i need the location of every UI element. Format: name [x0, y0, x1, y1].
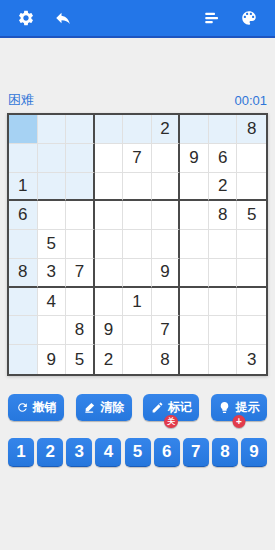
cell-r7c2[interactable]: 4	[38, 288, 67, 317]
cell-r1c6[interactable]: 2	[152, 115, 181, 144]
num-button-2[interactable]: 2	[37, 438, 63, 467]
cell-r2c2[interactable]	[38, 144, 67, 173]
num-button-4[interactable]: 4	[95, 438, 121, 467]
cell-r5c3[interactable]	[66, 230, 95, 259]
hint-plus-badge: +	[232, 415, 245, 428]
cell-r6c1[interactable]: 8	[9, 259, 38, 288]
cell-r5c9[interactable]	[237, 230, 266, 259]
cell-r6c8[interactable]	[209, 259, 238, 288]
cell-r1c5[interactable]	[123, 115, 152, 144]
cell-r2c9[interactable]	[237, 144, 266, 173]
difficulty-label: 困难	[8, 91, 34, 109]
num-button-7[interactable]: 7	[183, 438, 209, 467]
cell-r6c4[interactable]	[95, 259, 124, 288]
cell-r1c8[interactable]	[209, 115, 238, 144]
undo-label: 撤销	[33, 399, 57, 416]
cell-r3c7[interactable]	[180, 173, 209, 202]
cell-r4c7[interactable]	[180, 201, 209, 230]
cell-r4c8[interactable]: 8	[209, 201, 238, 230]
cell-r8c4[interactable]: 9	[95, 316, 124, 345]
cell-r8c9[interactable]	[237, 316, 266, 345]
cell-r3c4[interactable]	[95, 173, 124, 202]
cell-r3c8[interactable]: 2	[209, 173, 238, 202]
cell-r8c7[interactable]	[180, 316, 209, 345]
cell-r9c2[interactable]: 9	[38, 345, 67, 374]
cell-r7c7[interactable]	[180, 288, 209, 317]
cell-r1c3[interactable]	[66, 115, 95, 144]
cell-r7c8[interactable]	[209, 288, 238, 317]
settings-gear-icon[interactable]	[16, 8, 36, 28]
cell-r6c6[interactable]: 9	[152, 259, 181, 288]
palette-icon[interactable]	[239, 8, 259, 28]
notes-off-badge: 关	[164, 415, 178, 428]
cell-r6c9[interactable]	[237, 259, 266, 288]
cell-r9c1[interactable]	[9, 345, 38, 374]
undo-button[interactable]: 撤销	[8, 394, 64, 421]
cell-r3c6[interactable]	[152, 173, 181, 202]
cell-r5c6[interactable]	[152, 230, 181, 259]
cell-r7c1[interactable]	[9, 288, 38, 317]
cell-r3c1[interactable]: 1	[9, 173, 38, 202]
cell-r4c5[interactable]	[123, 201, 152, 230]
cell-r2c4[interactable]	[95, 144, 124, 173]
cell-r2c5[interactable]: 7	[123, 144, 152, 173]
toolbar: 撤销 清除 标记 关 提示 +	[0, 394, 275, 421]
cell-r8c3[interactable]: 8	[66, 316, 95, 345]
num-button-3[interactable]: 3	[66, 438, 92, 467]
numpad: 123456789	[0, 438, 275, 467]
cell-r1c9[interactable]: 8	[237, 115, 266, 144]
cell-r5c5[interactable]	[123, 230, 152, 259]
sudoku-board: 2879612685583794189795283	[7, 113, 268, 376]
cell-r5c8[interactable]	[209, 230, 238, 259]
cell-r5c4[interactable]	[95, 230, 124, 259]
cell-r8c5[interactable]	[123, 316, 152, 345]
cell-r6c5[interactable]	[123, 259, 152, 288]
cell-r4c6[interactable]	[152, 201, 181, 230]
cell-r3c5[interactable]	[123, 173, 152, 202]
erase-button[interactable]: 清除	[76, 394, 132, 421]
cell-r9c7[interactable]	[180, 345, 209, 374]
num-button-1[interactable]: 1	[8, 438, 34, 467]
undo-arrow-icon[interactable]	[53, 8, 73, 28]
cell-r7c9[interactable]	[237, 288, 266, 317]
top-app-bar	[0, 0, 275, 38]
cell-r4c3[interactable]	[66, 201, 95, 230]
notes-label: 标记	[168, 399, 192, 416]
timer: 00:01	[234, 93, 267, 108]
cell-r2c1[interactable]	[9, 144, 38, 173]
cell-r4c9[interactable]: 5	[237, 201, 266, 230]
cell-r6c7[interactable]	[180, 259, 209, 288]
cell-r7c3[interactable]	[66, 288, 95, 317]
status-row: 困难 00:01	[0, 92, 275, 108]
cell-r3c2[interactable]	[38, 173, 67, 202]
cell-r1c1[interactable]	[9, 115, 38, 144]
cell-r3c9[interactable]	[237, 173, 266, 202]
cell-r2c7[interactable]: 9	[180, 144, 209, 173]
cell-r6c3[interactable]: 7	[66, 259, 95, 288]
pencil-icon	[151, 401, 164, 414]
cell-r9c9[interactable]: 3	[237, 345, 266, 374]
cell-r1c4[interactable]	[95, 115, 124, 144]
bulb-icon	[218, 401, 231, 414]
notes-button[interactable]: 标记 关	[143, 394, 199, 421]
cell-r8c8[interactable]	[209, 316, 238, 345]
hint-label: 提示	[235, 399, 259, 416]
cell-r2c3[interactable]	[66, 144, 95, 173]
cell-r9c6[interactable]: 8	[152, 345, 181, 374]
cell-r7c5[interactable]: 1	[123, 288, 152, 317]
num-button-8[interactable]: 8	[212, 438, 238, 467]
cell-r8c1[interactable]	[9, 316, 38, 345]
refresh-icon	[16, 401, 29, 414]
cell-r7c4[interactable]	[95, 288, 124, 317]
cell-r9c5[interactable]	[123, 345, 152, 374]
cell-r5c1[interactable]	[9, 230, 38, 259]
cell-r4c1[interactable]: 6	[9, 201, 38, 230]
cell-r3c3[interactable]	[66, 173, 95, 202]
num-button-5[interactable]: 5	[125, 438, 151, 467]
num-button-6[interactable]: 6	[154, 438, 180, 467]
cell-r6c2[interactable]: 3	[38, 259, 67, 288]
cell-r8c2[interactable]	[38, 316, 67, 345]
cell-r4c4[interactable]	[95, 201, 124, 230]
cell-r9c4[interactable]: 2	[95, 345, 124, 374]
cell-r7c6[interactable]	[152, 288, 181, 317]
cell-r2c8[interactable]: 6	[209, 144, 238, 173]
num-button-9[interactable]: 9	[241, 438, 267, 467]
cell-r5c2[interactable]: 5	[38, 230, 67, 259]
eraser-icon	[83, 401, 96, 414]
hint-button[interactable]: 提示 +	[211, 394, 267, 421]
cell-r4c2[interactable]	[38, 201, 67, 230]
cell-r5c7[interactable]	[180, 230, 209, 259]
cell-r9c8[interactable]	[209, 345, 238, 374]
cell-r8c6[interactable]: 7	[152, 316, 181, 345]
erase-label: 清除	[100, 399, 124, 416]
cell-r2c6[interactable]	[152, 144, 181, 173]
leaderboard-icon[interactable]	[202, 8, 222, 28]
cell-r1c2[interactable]	[38, 115, 67, 144]
cell-r9c3[interactable]: 5	[66, 345, 95, 374]
cell-r1c7[interactable]	[180, 115, 209, 144]
